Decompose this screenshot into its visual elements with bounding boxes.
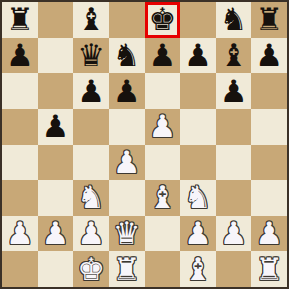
black-pawn[interactable]: ♟ xyxy=(255,40,283,71)
square-d7[interactable]: ♞ xyxy=(109,38,145,74)
white-bishop[interactable]: ♝ xyxy=(184,254,212,285)
chess-board: ♜♝♚♞♜♟♛♞♟♟♝♟♟♟♟♟♟♟♞♝♞♟♟♟♛♟♟♟♚♜♝♜ xyxy=(0,0,289,289)
square-e4[interactable] xyxy=(145,145,181,181)
square-h2[interactable]: ♟ xyxy=(251,216,287,252)
square-f1[interactable]: ♝ xyxy=(180,251,216,287)
square-c8[interactable]: ♝ xyxy=(73,2,109,38)
square-e2[interactable] xyxy=(145,216,181,252)
white-pawn[interactable]: ♟ xyxy=(113,147,141,178)
square-c5[interactable] xyxy=(73,109,109,145)
square-d3[interactable] xyxy=(109,180,145,216)
square-b2[interactable]: ♟ xyxy=(38,216,74,252)
square-e8[interactable]: ♚ xyxy=(145,2,181,38)
square-e1[interactable] xyxy=(145,251,181,287)
black-pawn[interactable]: ♟ xyxy=(42,111,70,142)
square-e5[interactable]: ♟ xyxy=(145,109,181,145)
square-c6[interactable]: ♟ xyxy=(73,73,109,109)
white-bishop[interactable]: ♝ xyxy=(148,182,176,213)
white-pawn[interactable]: ♟ xyxy=(42,218,70,249)
square-g8[interactable]: ♞ xyxy=(216,2,252,38)
square-f3[interactable]: ♞ xyxy=(180,180,216,216)
square-d2[interactable]: ♛ xyxy=(109,216,145,252)
square-a5[interactable] xyxy=(2,109,38,145)
square-g5[interactable] xyxy=(216,109,252,145)
white-pawn[interactable]: ♟ xyxy=(255,218,283,249)
square-c1[interactable]: ♚ xyxy=(73,251,109,287)
square-e3[interactable]: ♝ xyxy=(145,180,181,216)
square-d4[interactable]: ♟ xyxy=(109,145,145,181)
square-a7[interactable]: ♟ xyxy=(2,38,38,74)
square-d1[interactable]: ♜ xyxy=(109,251,145,287)
square-a2[interactable]: ♟ xyxy=(2,216,38,252)
square-h5[interactable] xyxy=(251,109,287,145)
black-king[interactable]: ♚ xyxy=(148,4,176,35)
white-king[interactable]: ♚ xyxy=(77,254,105,285)
black-rook[interactable]: ♜ xyxy=(6,4,34,35)
black-queen[interactable]: ♛ xyxy=(77,40,105,71)
square-g2[interactable]: ♟ xyxy=(216,216,252,252)
white-rook[interactable]: ♜ xyxy=(255,254,283,285)
black-rook[interactable]: ♜ xyxy=(255,4,283,35)
square-a6[interactable] xyxy=(2,73,38,109)
square-f6[interactable] xyxy=(180,73,216,109)
square-a4[interactable] xyxy=(2,145,38,181)
white-pawn[interactable]: ♟ xyxy=(148,111,176,142)
square-b6[interactable] xyxy=(38,73,74,109)
square-f7[interactable]: ♟ xyxy=(180,38,216,74)
black-bishop[interactable]: ♝ xyxy=(77,4,105,35)
black-knight[interactable]: ♞ xyxy=(220,4,248,35)
square-f2[interactable]: ♟ xyxy=(180,216,216,252)
square-b3[interactable] xyxy=(38,180,74,216)
square-d5[interactable] xyxy=(109,109,145,145)
white-knight[interactable]: ♞ xyxy=(77,182,105,213)
square-e6[interactable] xyxy=(145,73,181,109)
white-pawn[interactable]: ♟ xyxy=(6,218,34,249)
square-a8[interactable]: ♜ xyxy=(2,2,38,38)
black-pawn[interactable]: ♟ xyxy=(148,40,176,71)
square-g7[interactable]: ♝ xyxy=(216,38,252,74)
square-g6[interactable]: ♟ xyxy=(216,73,252,109)
white-pawn[interactable]: ♟ xyxy=(220,218,248,249)
white-knight[interactable]: ♞ xyxy=(184,182,212,213)
square-a3[interactable] xyxy=(2,180,38,216)
black-pawn[interactable]: ♟ xyxy=(113,76,141,107)
square-h6[interactable] xyxy=(251,73,287,109)
square-b4[interactable] xyxy=(38,145,74,181)
square-c7[interactable]: ♛ xyxy=(73,38,109,74)
square-g1[interactable] xyxy=(216,251,252,287)
square-d8[interactable] xyxy=(109,2,145,38)
square-b7[interactable] xyxy=(38,38,74,74)
white-rook[interactable]: ♜ xyxy=(113,254,141,285)
square-h1[interactable]: ♜ xyxy=(251,251,287,287)
white-queen[interactable]: ♛ xyxy=(113,218,141,249)
square-d6[interactable]: ♟ xyxy=(109,73,145,109)
black-bishop[interactable]: ♝ xyxy=(220,40,248,71)
square-g4[interactable] xyxy=(216,145,252,181)
square-g3[interactable] xyxy=(216,180,252,216)
square-b8[interactable] xyxy=(38,2,74,38)
square-c2[interactable]: ♟ xyxy=(73,216,109,252)
square-h8[interactable]: ♜ xyxy=(251,2,287,38)
black-pawn[interactable]: ♟ xyxy=(220,76,248,107)
square-c4[interactable] xyxy=(73,145,109,181)
square-h4[interactable] xyxy=(251,145,287,181)
square-e7[interactable]: ♟ xyxy=(145,38,181,74)
square-c3[interactable]: ♞ xyxy=(73,180,109,216)
square-f4[interactable] xyxy=(180,145,216,181)
black-pawn[interactable]: ♟ xyxy=(6,40,34,71)
square-h7[interactable]: ♟ xyxy=(251,38,287,74)
square-a1[interactable] xyxy=(2,251,38,287)
black-pawn[interactable]: ♟ xyxy=(184,40,212,71)
white-pawn[interactable]: ♟ xyxy=(184,218,212,249)
black-pawn[interactable]: ♟ xyxy=(77,76,105,107)
white-pawn[interactable]: ♟ xyxy=(77,218,105,249)
square-b5[interactable]: ♟ xyxy=(38,109,74,145)
square-h3[interactable] xyxy=(251,180,287,216)
square-f5[interactable] xyxy=(180,109,216,145)
black-knight[interactable]: ♞ xyxy=(113,40,141,71)
square-b1[interactable] xyxy=(38,251,74,287)
square-f8[interactable] xyxy=(180,2,216,38)
